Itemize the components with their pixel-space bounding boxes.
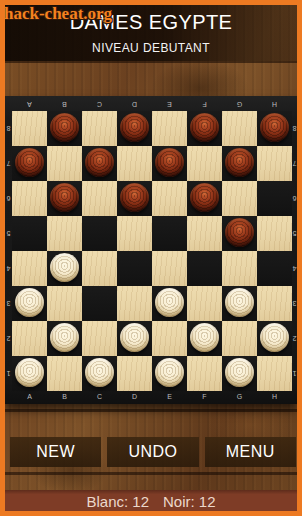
rank-label-left-4: 4 bbox=[5, 251, 12, 286]
square-g8[interactable] bbox=[222, 111, 257, 146]
plank-divider bbox=[0, 61, 302, 63]
red-piece-h8[interactable] bbox=[260, 113, 289, 142]
white-piece-e1[interactable] bbox=[155, 358, 184, 387]
square-b2[interactable] bbox=[47, 321, 82, 356]
square-h5[interactable] bbox=[257, 216, 292, 251]
black-count-label: Noir: 12 bbox=[163, 493, 216, 510]
rank-label-right-8: 8 bbox=[291, 111, 298, 146]
square-c3[interactable] bbox=[82, 286, 117, 321]
square-d4[interactable] bbox=[117, 251, 152, 286]
board-grid bbox=[12, 111, 292, 391]
file-label-bottom-d: D bbox=[117, 392, 152, 402]
file-label-bottom-f: F bbox=[187, 392, 222, 402]
square-d7[interactable] bbox=[117, 146, 152, 181]
rank-label-right-3: 3 bbox=[291, 286, 298, 321]
red-piece-g7[interactable] bbox=[225, 148, 254, 177]
square-c6[interactable] bbox=[82, 181, 117, 216]
red-piece-b8[interactable] bbox=[50, 113, 79, 142]
square-d6[interactable] bbox=[117, 181, 152, 216]
square-f8[interactable] bbox=[187, 111, 222, 146]
square-a2[interactable] bbox=[12, 321, 47, 356]
square-d5[interactable] bbox=[117, 216, 152, 251]
rank-label-right-2: 2 bbox=[291, 321, 298, 356]
file-label-top-a: A bbox=[12, 99, 47, 109]
square-c7[interactable] bbox=[82, 146, 117, 181]
square-g5[interactable] bbox=[222, 216, 257, 251]
square-c8[interactable] bbox=[82, 111, 117, 146]
square-g4[interactable] bbox=[222, 251, 257, 286]
square-d3[interactable] bbox=[117, 286, 152, 321]
square-f5[interactable] bbox=[187, 216, 222, 251]
white-piece-d2[interactable] bbox=[120, 323, 149, 352]
menu-button[interactable]: MENU bbox=[205, 437, 296, 467]
square-d1[interactable] bbox=[117, 356, 152, 391]
square-d2[interactable] bbox=[117, 321, 152, 356]
square-f3[interactable] bbox=[187, 286, 222, 321]
square-a5[interactable] bbox=[12, 216, 47, 251]
square-a4[interactable] bbox=[12, 251, 47, 286]
plank-divider bbox=[0, 472, 302, 475]
square-h7[interactable] bbox=[257, 146, 292, 181]
square-g3[interactable] bbox=[222, 286, 257, 321]
square-b5[interactable] bbox=[47, 216, 82, 251]
undo-button[interactable]: UNDO bbox=[107, 437, 198, 467]
square-b7[interactable] bbox=[47, 146, 82, 181]
red-piece-b6[interactable] bbox=[50, 183, 79, 212]
rank-label-left-7: 7 bbox=[5, 146, 12, 181]
square-f1[interactable] bbox=[187, 356, 222, 391]
square-h1[interactable] bbox=[257, 356, 292, 391]
checkers-board: AABBCCDDEEFFGGHH8877665544332211 bbox=[5, 96, 297, 404]
square-e5[interactable] bbox=[152, 216, 187, 251]
file-label-top-c: C bbox=[82, 99, 117, 109]
rank-label-right-6: 6 bbox=[291, 181, 298, 216]
rank-label-left-5: 5 bbox=[5, 216, 12, 251]
square-d8[interactable] bbox=[117, 111, 152, 146]
rank-label-left-1: 1 bbox=[5, 356, 12, 391]
square-a3[interactable] bbox=[12, 286, 47, 321]
file-label-top-f: F bbox=[187, 99, 222, 109]
square-h4[interactable] bbox=[257, 251, 292, 286]
red-piece-g5[interactable] bbox=[225, 218, 254, 247]
red-piece-e7[interactable] bbox=[155, 148, 184, 177]
rank-label-right-7: 7 bbox=[291, 146, 298, 181]
file-label-bottom-g: G bbox=[222, 392, 257, 402]
rank-label-right-5: 5 bbox=[291, 216, 298, 251]
file-label-top-b: B bbox=[47, 99, 82, 109]
white-piece-a3[interactable] bbox=[15, 288, 44, 317]
square-e4[interactable] bbox=[152, 251, 187, 286]
square-h6[interactable] bbox=[257, 181, 292, 216]
rank-label-left-8: 8 bbox=[5, 111, 12, 146]
white-piece-g1[interactable] bbox=[225, 358, 254, 387]
white-piece-f2[interactable] bbox=[190, 323, 219, 352]
square-e6[interactable] bbox=[152, 181, 187, 216]
square-b6[interactable] bbox=[47, 181, 82, 216]
square-a8[interactable] bbox=[12, 111, 47, 146]
white-piece-h2[interactable] bbox=[260, 323, 289, 352]
rank-label-left-3: 3 bbox=[5, 286, 12, 321]
square-g2[interactable] bbox=[222, 321, 257, 356]
white-piece-e3[interactable] bbox=[155, 288, 184, 317]
rank-label-left-2: 2 bbox=[5, 321, 12, 356]
white-piece-g3[interactable] bbox=[225, 288, 254, 317]
red-piece-c7[interactable] bbox=[85, 148, 114, 177]
white-piece-b4[interactable] bbox=[50, 253, 79, 282]
file-label-bottom-c: C bbox=[82, 392, 117, 402]
plank-divider bbox=[0, 409, 302, 412]
new-button[interactable]: NEW bbox=[10, 437, 101, 467]
rank-label-right-1: 1 bbox=[291, 356, 298, 391]
square-a7[interactable] bbox=[12, 146, 47, 181]
square-e8[interactable] bbox=[152, 111, 187, 146]
white-piece-a1[interactable] bbox=[15, 358, 44, 387]
red-piece-d6[interactable] bbox=[120, 183, 149, 212]
file-label-top-d: D bbox=[117, 99, 152, 109]
square-f2[interactable] bbox=[187, 321, 222, 356]
square-h3[interactable] bbox=[257, 286, 292, 321]
square-g7[interactable] bbox=[222, 146, 257, 181]
file-label-top-g: G bbox=[222, 99, 257, 109]
rank-label-left-6: 6 bbox=[5, 181, 12, 216]
file-label-top-h: H bbox=[257, 99, 292, 109]
red-piece-f8[interactable] bbox=[190, 113, 219, 142]
watermark-text: hack-cheat.org bbox=[4, 4, 112, 24]
square-c4[interactable] bbox=[82, 251, 117, 286]
square-c5[interactable] bbox=[82, 216, 117, 251]
red-piece-a7[interactable] bbox=[15, 148, 44, 177]
square-c1[interactable] bbox=[82, 356, 117, 391]
square-h8[interactable] bbox=[257, 111, 292, 146]
file-label-top-e: E bbox=[152, 99, 187, 109]
square-c2[interactable] bbox=[82, 321, 117, 356]
square-g1[interactable] bbox=[222, 356, 257, 391]
square-h2[interactable] bbox=[257, 321, 292, 356]
file-label-bottom-e: E bbox=[152, 392, 187, 402]
white-piece-b2[interactable] bbox=[50, 323, 79, 352]
red-piece-f6[interactable] bbox=[190, 183, 219, 212]
square-f4[interactable] bbox=[187, 251, 222, 286]
square-f7[interactable] bbox=[187, 146, 222, 181]
red-piece-d8[interactable] bbox=[120, 113, 149, 142]
square-b8[interactable] bbox=[47, 111, 82, 146]
square-b4[interactable] bbox=[47, 251, 82, 286]
app-screen: DAMES EGYPTE NIVEAU DEBUTANT hack-cheat.… bbox=[0, 0, 302, 516]
level-subtitle: NIVEAU DEBUTANT bbox=[0, 41, 302, 55]
white-piece-c1[interactable] bbox=[85, 358, 114, 387]
white-count-label: Blanc: 12 bbox=[86, 493, 149, 510]
square-a1[interactable] bbox=[12, 356, 47, 391]
file-label-bottom-b: B bbox=[47, 392, 82, 402]
toolbar: NEW UNDO MENU bbox=[10, 437, 296, 467]
square-e7[interactable] bbox=[152, 146, 187, 181]
square-a6[interactable] bbox=[12, 181, 47, 216]
square-e1[interactable] bbox=[152, 356, 187, 391]
square-g6[interactable] bbox=[222, 181, 257, 216]
square-e3[interactable] bbox=[152, 286, 187, 321]
square-b1[interactable] bbox=[47, 356, 82, 391]
file-label-bottom-a: A bbox=[12, 392, 47, 402]
square-b3[interactable] bbox=[47, 286, 82, 321]
status-bar: Blanc: 12 Noir: 12 bbox=[0, 490, 302, 512]
square-e2[interactable] bbox=[152, 321, 187, 356]
file-label-bottom-h: H bbox=[257, 392, 292, 402]
rank-label-right-4: 4 bbox=[291, 251, 298, 286]
square-f6[interactable] bbox=[187, 181, 222, 216]
